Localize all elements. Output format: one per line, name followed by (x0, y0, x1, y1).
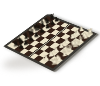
chess-set-photo: ♜♞♝♛♚♝♞♜♟♟♟♟♟♟♟♟♟♟♟♟♟♟♟♟♜♞♝♛♚♝♞♜ (0, 0, 100, 86)
piece-white-rook: ♜ (50, 58, 59, 67)
piece-black-pawn: ♟ (44, 23, 51, 30)
